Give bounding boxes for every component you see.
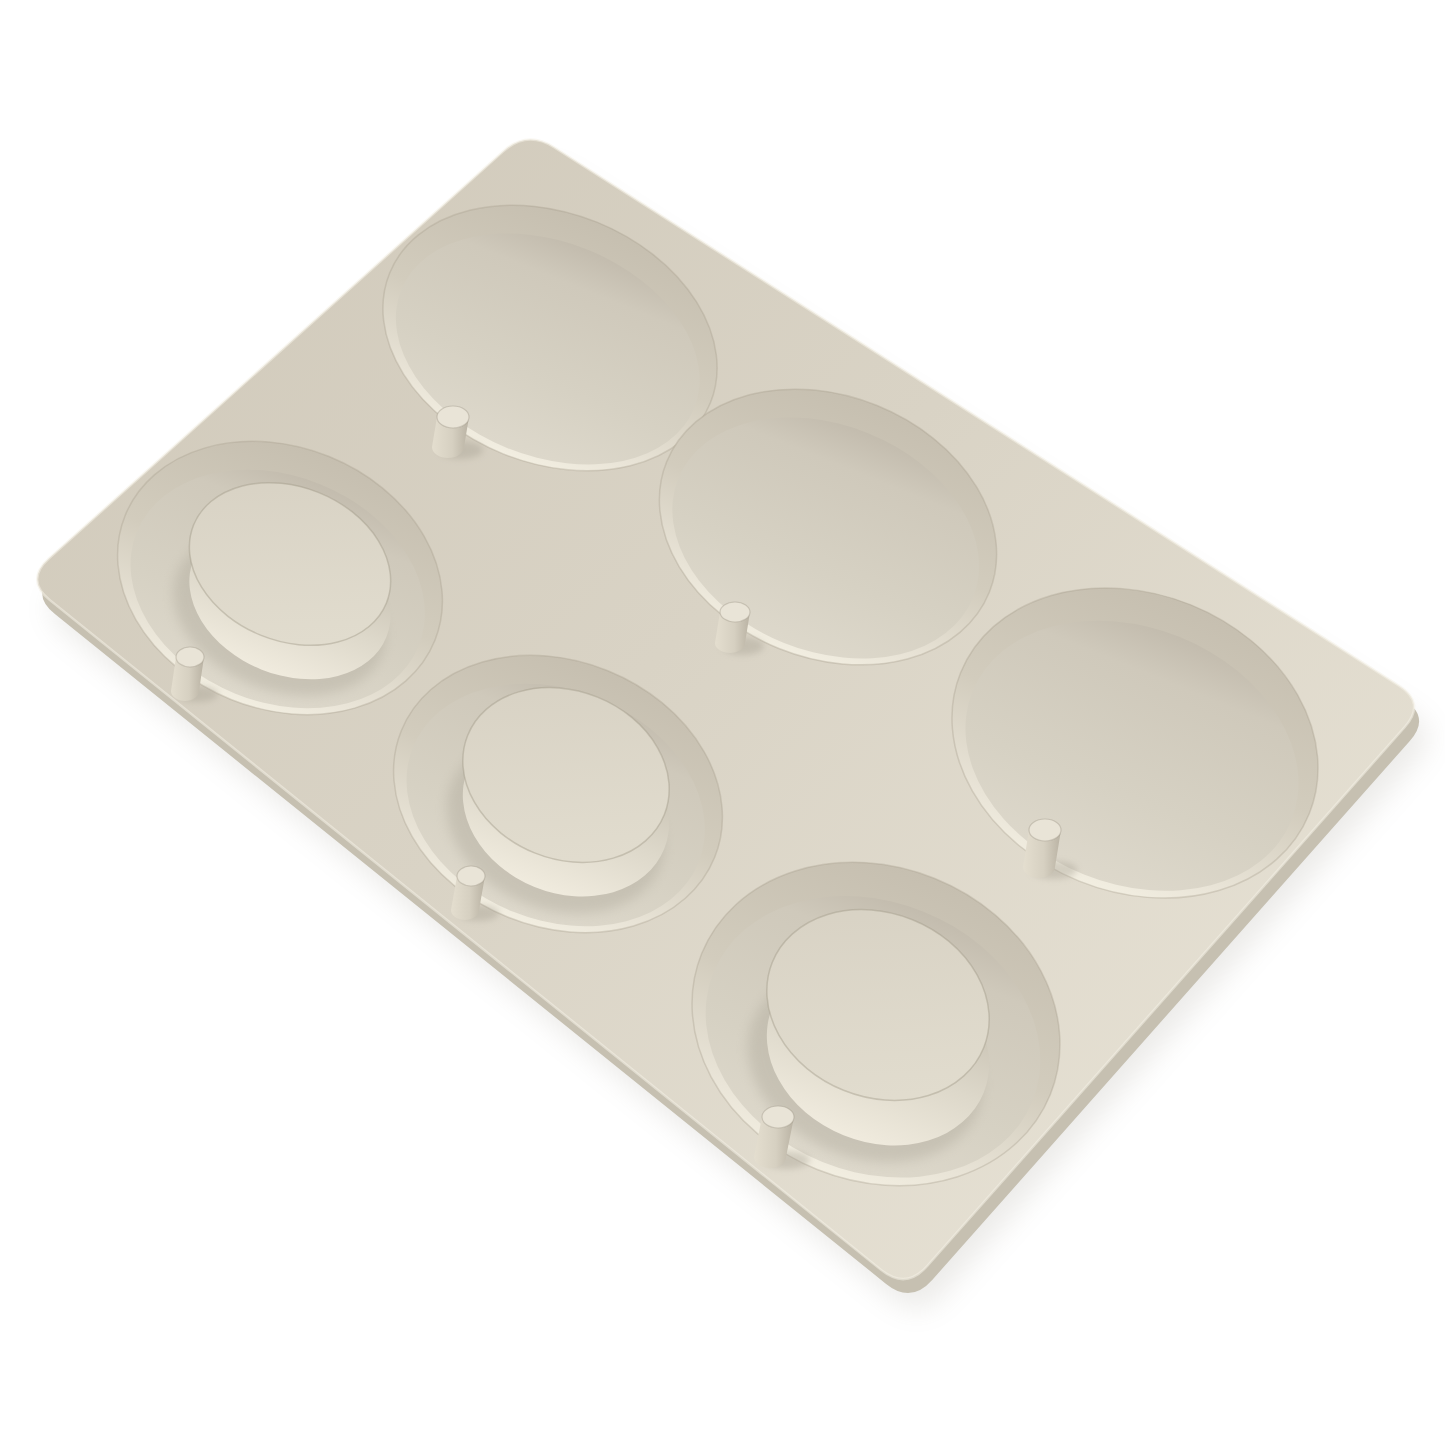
peg-top [437, 406, 469, 428]
peg-top [176, 647, 204, 667]
peg-top [762, 1106, 794, 1128]
photo-background [0, 0, 1445, 1445]
peg-top [720, 602, 750, 622]
product-photo [0, 0, 1445, 1445]
peg-top [457, 866, 485, 886]
mold-tray [37, 140, 1414, 1280]
peg-top [1029, 819, 1061, 841]
